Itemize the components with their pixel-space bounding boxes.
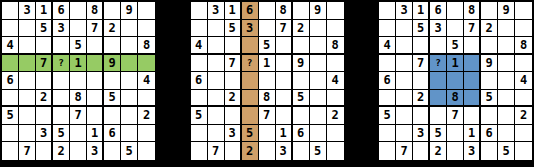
cell-r2c1 [191, 20, 208, 38]
cell-r1c9 [327, 2, 344, 20]
cell-r9c9 [515, 142, 532, 160]
cell-r8c3: 3 [225, 125, 242, 143]
cell-r1c2: 3 [208, 2, 225, 20]
cell-r3c8 [121, 37, 138, 55]
cell-r3c4 [242, 37, 259, 55]
cell-r6c3: 2 [413, 90, 430, 108]
cell-r8c6: 1 [464, 125, 481, 143]
cell-r4c5: 1 [259, 55, 276, 73]
cell-r2c5 [70, 20, 87, 38]
cell-r5c2 [19, 72, 36, 90]
cell-r2c5 [447, 20, 464, 38]
cell-r3c1: 4 [2, 37, 19, 55]
cell-r3c9: 8 [515, 37, 532, 55]
cell-r9c1 [2, 142, 19, 160]
cell-r7c3 [225, 107, 242, 125]
cell-r4c3: 7 [36, 55, 53, 73]
cell-r3c6 [464, 37, 481, 55]
cell-r1c7 [104, 2, 121, 20]
cell-r3c5: 5 [259, 37, 276, 55]
cell-r5c3 [225, 72, 242, 90]
cell-r3c8 [310, 37, 327, 55]
cell-r2c6: 7 [87, 20, 104, 38]
cell-r9c7 [293, 142, 310, 160]
cell-r8c1 [379, 125, 396, 143]
cell-r9c9 [327, 142, 344, 160]
cell-r6c1 [191, 90, 208, 108]
cell-r3c7 [481, 37, 498, 55]
cell-r2c2 [19, 20, 36, 38]
cell-r6c8 [310, 90, 327, 108]
cell-r8c7: 6 [293, 125, 310, 143]
cell-r8c8 [498, 125, 515, 143]
sudoku-board-box-highlight: 3168953724587?196428557235167235 [377, 0, 534, 162]
cell-r4c6 [276, 55, 293, 73]
cell-r4c8 [310, 55, 327, 73]
cell-r6c8 [121, 90, 138, 108]
cell-r6c4 [430, 90, 447, 108]
cell-r1c5 [447, 2, 464, 20]
cell-r3c7 [104, 37, 121, 55]
cell-r5c5 [259, 72, 276, 90]
cell-r9c7 [481, 142, 498, 160]
cell-r2c9 [138, 20, 155, 38]
cell-r4c6 [87, 55, 104, 73]
cell-r6c9 [138, 90, 155, 108]
cell-r5c4 [53, 72, 70, 90]
cell-r9c3 [413, 142, 430, 160]
cell-r4c9 [327, 55, 344, 73]
cell-r6c6 [276, 90, 293, 108]
cell-r6c8 [498, 90, 515, 108]
cell-r1c6: 8 [276, 2, 293, 20]
cell-r7c2 [396, 107, 413, 125]
cell-r7c5: 7 [259, 107, 276, 125]
cell-r1c9 [138, 2, 155, 20]
cell-r4c2 [208, 55, 225, 73]
cell-r1c5 [259, 2, 276, 20]
unknown-cell: ? [53, 55, 70, 73]
cell-r2c1 [2, 20, 19, 38]
cell-r1c6: 8 [464, 2, 481, 20]
cell-r2c3: 5 [225, 20, 242, 38]
cell-r4c5: 1 [447, 55, 464, 73]
cell-r6c7: 5 [104, 90, 121, 108]
unknown-cell: ? [430, 55, 447, 73]
cell-r7c9: 2 [515, 107, 532, 125]
cell-r7c9: 2 [327, 107, 344, 125]
cell-r8c4: 5 [242, 125, 259, 143]
cell-r4c1 [191, 55, 208, 73]
cell-r2c9 [327, 20, 344, 38]
cell-r8c2 [396, 125, 413, 143]
cell-r2c9 [515, 20, 532, 38]
cell-r6c4 [53, 90, 70, 108]
cell-r4c7: 9 [481, 55, 498, 73]
cell-r5c4 [242, 72, 259, 90]
cell-r7c5: 7 [70, 107, 87, 125]
cell-r6c7: 5 [293, 90, 310, 108]
cell-r7c3 [413, 107, 430, 125]
cell-r5c1: 6 [2, 72, 19, 90]
cell-r7c4 [430, 107, 447, 125]
cell-r7c8 [310, 107, 327, 125]
unknown-cell: ? [242, 55, 259, 73]
cell-r4c2 [396, 55, 413, 73]
question-mark-glyph: ? [435, 58, 441, 68]
sudoku-constraint-diagram: 3168953724587?196428557235167235 3168953… [0, 0, 534, 167]
cell-r6c6 [464, 90, 481, 108]
cell-r2c2 [208, 20, 225, 38]
cell-r9c4: 2 [430, 142, 447, 160]
cell-r9c8: 5 [121, 142, 138, 160]
cell-r5c6 [464, 72, 481, 90]
cell-r7c8 [498, 107, 515, 125]
cell-r4c3: 7 [413, 55, 430, 73]
cell-r1c3: 1 [225, 2, 242, 20]
cell-r7c1: 5 [191, 107, 208, 125]
cell-r9c7 [104, 142, 121, 160]
cell-r3c2 [396, 37, 413, 55]
cell-r8c4: 5 [430, 125, 447, 143]
cell-r9c3 [225, 142, 242, 160]
cell-r6c7: 5 [481, 90, 498, 108]
cell-r2c3: 5 [36, 20, 53, 38]
cell-r8c9 [327, 125, 344, 143]
cell-r8c3: 3 [413, 125, 430, 143]
cell-r7c7 [104, 107, 121, 125]
cell-r5c9: 4 [515, 72, 532, 90]
cell-r2c6: 7 [276, 20, 293, 38]
cell-r7c6 [276, 107, 293, 125]
cell-r2c8 [498, 20, 515, 38]
cell-r5c4 [430, 72, 447, 90]
cell-r2c8 [121, 20, 138, 38]
cell-r7c5: 7 [447, 107, 464, 125]
sudoku-board-column-highlight: 3168953724587?196428557235167235 [189, 0, 346, 162]
cell-r8c4: 5 [53, 125, 70, 143]
cell-r9c4: 2 [53, 142, 70, 160]
cell-r1c3: 1 [413, 2, 430, 20]
cell-r3c2 [208, 37, 225, 55]
cell-r2c7: 2 [293, 20, 310, 38]
cell-r8c6: 1 [276, 125, 293, 143]
cell-r9c5 [70, 142, 87, 160]
cell-r5c6 [276, 72, 293, 90]
cell-r5c8 [310, 72, 327, 90]
cell-r2c7: 2 [481, 20, 498, 38]
cell-r2c1 [379, 20, 396, 38]
cell-r6c2 [396, 90, 413, 108]
cell-r3c9: 8 [138, 37, 155, 55]
cell-r1c6: 8 [87, 2, 104, 20]
cell-r6c1 [379, 90, 396, 108]
cell-r2c3: 5 [413, 20, 430, 38]
cell-r9c3 [36, 142, 53, 160]
cell-r6c1 [2, 90, 19, 108]
cell-r6c9 [515, 90, 532, 108]
cell-r8c5 [447, 125, 464, 143]
cell-r5c9: 4 [138, 72, 155, 90]
cell-r8c9 [515, 125, 532, 143]
cell-r1c1 [191, 2, 208, 20]
cell-r9c1 [191, 142, 208, 160]
question-mark-glyph: ? [58, 58, 64, 68]
cell-r4c3: 7 [225, 55, 242, 73]
cell-r3c6 [276, 37, 293, 55]
cell-r6c5: 8 [447, 90, 464, 108]
cell-r4c5: 1 [70, 55, 87, 73]
cell-r5c2 [208, 72, 225, 90]
cell-r9c6: 3 [87, 142, 104, 160]
cell-r6c2 [208, 90, 225, 108]
cell-r6c5: 8 [70, 90, 87, 108]
cell-r9c8: 5 [310, 142, 327, 160]
cell-r5c1: 6 [379, 72, 396, 90]
cell-r4c9 [515, 55, 532, 73]
cell-r1c4: 6 [53, 2, 70, 20]
cell-r2c6: 7 [464, 20, 481, 38]
cell-r4c7: 9 [104, 55, 121, 73]
cell-r1c3: 1 [36, 2, 53, 20]
cell-r6c2 [19, 90, 36, 108]
cell-r4c7: 9 [293, 55, 310, 73]
cell-r4c6 [464, 55, 481, 73]
cell-r8c7: 6 [481, 125, 498, 143]
cell-r5c3 [413, 72, 430, 90]
cell-r2c4: 3 [53, 20, 70, 38]
cell-r4c2 [19, 55, 36, 73]
cell-r2c7: 2 [104, 20, 121, 38]
cell-r5c8 [498, 72, 515, 90]
cell-r3c3 [413, 37, 430, 55]
cell-r7c9: 2 [138, 107, 155, 125]
cell-r1c1 [379, 2, 396, 20]
cell-r7c2 [19, 107, 36, 125]
cell-r7c1: 5 [379, 107, 396, 125]
cell-r3c8 [498, 37, 515, 55]
cell-r8c5 [259, 125, 276, 143]
cell-r6c3: 2 [36, 90, 53, 108]
cell-r3c6 [87, 37, 104, 55]
cell-r1c2: 3 [396, 2, 413, 20]
cell-r1c8: 9 [310, 2, 327, 20]
cell-r8c7: 6 [104, 125, 121, 143]
cell-r7c1: 5 [2, 107, 19, 125]
cell-r9c5 [447, 142, 464, 160]
cell-r1c8: 9 [498, 2, 515, 20]
cell-r8c3: 3 [36, 125, 53, 143]
cell-r2c8 [310, 20, 327, 38]
cell-r3c3 [225, 37, 242, 55]
cell-r1c7 [293, 2, 310, 20]
cell-r9c5 [259, 142, 276, 160]
cell-r5c3 [36, 72, 53, 90]
cell-r3c3 [36, 37, 53, 55]
cell-r1c2: 3 [19, 2, 36, 20]
cell-r4c8 [498, 55, 515, 73]
question-mark-glyph: ? [247, 58, 253, 68]
cell-r3c7 [293, 37, 310, 55]
cell-r5c5 [447, 72, 464, 90]
cell-r6c4 [242, 90, 259, 108]
cell-r8c6: 1 [87, 125, 104, 143]
cell-r9c4: 2 [242, 142, 259, 160]
cell-r9c9 [138, 142, 155, 160]
cell-r2c4: 3 [430, 20, 447, 38]
cell-r8c8 [310, 125, 327, 143]
cell-r4c8 [121, 55, 138, 73]
cell-r9c1 [379, 142, 396, 160]
cell-r7c2 [208, 107, 225, 125]
cell-r5c6 [87, 72, 104, 90]
cell-r7c6 [464, 107, 481, 125]
cell-r1c4: 6 [242, 2, 259, 20]
cell-r7c6 [87, 107, 104, 125]
cell-r6c6 [87, 90, 104, 108]
cell-r7c4 [53, 107, 70, 125]
cell-r8c1 [191, 125, 208, 143]
cell-r1c5 [70, 2, 87, 20]
cell-r4c1 [2, 55, 19, 73]
cell-r5c8 [121, 72, 138, 90]
cell-r3c1: 4 [191, 37, 208, 55]
cell-r1c8: 9 [121, 2, 138, 20]
cell-r8c9 [138, 125, 155, 143]
cell-r8c2 [19, 125, 36, 143]
cell-r3c1: 4 [379, 37, 396, 55]
cell-r5c7 [481, 72, 498, 90]
cell-r1c9 [515, 2, 532, 20]
cell-r5c1: 6 [191, 72, 208, 90]
cell-r5c2 [396, 72, 413, 90]
cell-r3c5: 5 [447, 37, 464, 55]
cell-r9c2: 7 [396, 142, 413, 160]
cell-r7c4 [242, 107, 259, 125]
cell-r8c2 [208, 125, 225, 143]
cell-r9c6: 3 [464, 142, 481, 160]
cell-r2c5 [259, 20, 276, 38]
cell-r4c9 [138, 55, 155, 73]
cell-r7c8 [121, 107, 138, 125]
cell-r8c5 [70, 125, 87, 143]
cell-r9c8: 5 [498, 142, 515, 160]
cell-r9c6: 3 [276, 142, 293, 160]
cell-r7c3 [36, 107, 53, 125]
cell-r6c5: 8 [259, 90, 276, 108]
sudoku-board-row-highlight: 3168953724587?196428557235167235 [0, 0, 157, 162]
cell-r2c2 [396, 20, 413, 38]
cell-r3c4 [53, 37, 70, 55]
cell-r8c8 [121, 125, 138, 143]
cell-r3c4 [430, 37, 447, 55]
cell-r9c2: 7 [19, 142, 36, 160]
cell-r8c1 [2, 125, 19, 143]
cell-r9c2: 7 [208, 142, 225, 160]
cell-r5c9: 4 [327, 72, 344, 90]
cell-r6c3: 2 [225, 90, 242, 108]
cell-r3c2 [19, 37, 36, 55]
cell-r3c9: 8 [327, 37, 344, 55]
cell-r5c7 [104, 72, 121, 90]
cell-r1c1 [2, 2, 19, 20]
cell-r2c4: 3 [242, 20, 259, 38]
cell-r7c7 [481, 107, 498, 125]
cell-r5c5 [70, 72, 87, 90]
cell-r5c7 [293, 72, 310, 90]
cell-r7c7 [293, 107, 310, 125]
cell-r4c1 [379, 55, 396, 73]
cell-r6c9 [327, 90, 344, 108]
cell-r1c4: 6 [430, 2, 447, 20]
cell-r1c7 [481, 2, 498, 20]
cell-r3c5: 5 [70, 37, 87, 55]
